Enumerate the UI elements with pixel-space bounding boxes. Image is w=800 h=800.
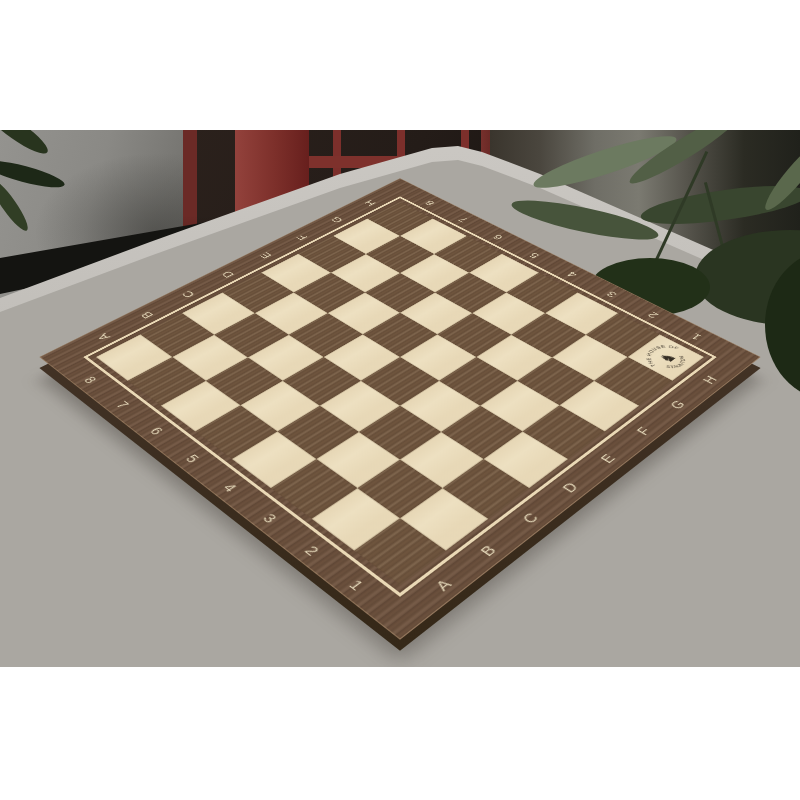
coord-near-left-5: 5 xyxy=(175,447,209,470)
houseplant-left xyxy=(0,130,100,252)
coord-near-left-1: 1 xyxy=(337,571,375,600)
coord-near-left-7: 7 xyxy=(106,394,139,415)
coord-near-right-G: G xyxy=(661,394,694,415)
coord-near-left-6: 6 xyxy=(140,420,173,442)
leaf xyxy=(0,176,33,235)
coord-near-left-3: 3 xyxy=(252,506,288,532)
coord-near-right-H: H xyxy=(694,370,726,390)
knight-icon: ♞ xyxy=(656,351,681,366)
coord-near-right-F: F xyxy=(627,420,660,442)
coord-near-right-E: E xyxy=(591,447,625,470)
product-photo: THE HOUSE OF STAUNTON ♞ HGFEDCBA87654321… xyxy=(0,0,800,800)
coord-near-left-8: 8 xyxy=(74,370,106,390)
coord-near-left-4: 4 xyxy=(212,476,247,500)
leaf xyxy=(509,193,661,248)
coord-near-left-2: 2 xyxy=(293,537,330,564)
scene-photo: THE HOUSE OF STAUNTON ♞ HGFEDCBA87654321… xyxy=(0,130,800,667)
coord-near-right-B: B xyxy=(470,537,507,564)
coord-near-right-D: D xyxy=(552,476,587,500)
coord-near-right-C: C xyxy=(512,506,548,532)
leaf xyxy=(0,130,52,160)
leaf xyxy=(0,155,67,192)
